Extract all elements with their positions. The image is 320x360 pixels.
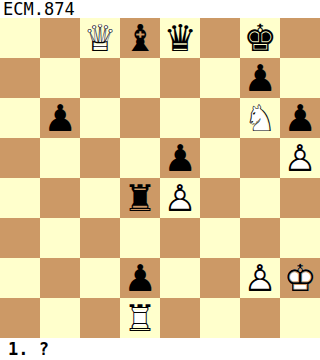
square-c1[interactable] [80,298,120,338]
square-f8[interactable] [200,18,240,58]
square-g6[interactable]: ♞♘ [240,98,280,138]
chess-board: ♛♕♝♛♚♟♟♞♘♟♟♟♙♜♟♙♟♟♙♚♔♜♖ [0,18,320,338]
square-d6[interactable] [120,98,160,138]
square-e4[interactable]: ♟♙ [160,178,200,218]
square-b5[interactable] [40,138,80,178]
square-a1[interactable] [0,298,40,338]
piece-white-rook-outline: ♖ [120,298,160,338]
square-f6[interactable] [200,98,240,138]
square-g8[interactable]: ♚ [240,18,280,58]
piece-white-pawn: ♟ [160,178,200,218]
square-a2[interactable] [0,258,40,298]
square-h2[interactable]: ♚♔ [280,258,320,298]
square-g4[interactable] [240,178,280,218]
square-c5[interactable] [80,138,120,178]
square-f2[interactable] [200,258,240,298]
square-f5[interactable] [200,138,240,178]
square-d5[interactable] [120,138,160,178]
square-c2[interactable] [80,258,120,298]
square-h3[interactable] [280,218,320,258]
square-f3[interactable] [200,218,240,258]
piece-black-pawn: ♟ [120,258,160,298]
square-g2[interactable]: ♟♙ [240,258,280,298]
square-e1[interactable] [160,298,200,338]
move-prompt: 1. ? [8,339,49,359]
square-g1[interactable] [240,298,280,338]
square-e8[interactable]: ♛ [160,18,200,58]
square-a3[interactable] [0,218,40,258]
piece-black-pawn: ♟ [240,58,280,98]
square-d1[interactable]: ♜♖ [120,298,160,338]
square-a8[interactable] [0,18,40,58]
square-d7[interactable] [120,58,160,98]
square-h4[interactable] [280,178,320,218]
square-b4[interactable] [40,178,80,218]
square-d4[interactable]: ♜ [120,178,160,218]
square-d3[interactable] [120,218,160,258]
square-f7[interactable] [200,58,240,98]
square-b1[interactable] [40,298,80,338]
piece-white-king-outline: ♔ [280,258,320,298]
square-e3[interactable] [160,218,200,258]
piece-black-pawn: ♟ [280,98,320,138]
piece-white-rook: ♜ [120,298,160,338]
square-c7[interactable] [80,58,120,98]
square-e2[interactable] [160,258,200,298]
piece-black-queen: ♛ [160,18,200,58]
piece-black-bishop: ♝ [120,18,160,58]
square-b3[interactable] [40,218,80,258]
square-f4[interactable] [200,178,240,218]
piece-white-pawn-outline: ♙ [240,258,280,298]
piece-white-king: ♚ [280,258,320,298]
square-d2[interactable]: ♟ [120,258,160,298]
square-g7[interactable]: ♟ [240,58,280,98]
square-e5[interactable]: ♟ [160,138,200,178]
piece-white-queen-outline: ♕ [80,18,120,58]
piece-black-king: ♚ [240,18,280,58]
square-c6[interactable] [80,98,120,138]
square-h1[interactable] [280,298,320,338]
square-g3[interactable] [240,218,280,258]
square-a6[interactable] [0,98,40,138]
piece-black-pawn: ♟ [40,98,80,138]
square-c8[interactable]: ♛♕ [80,18,120,58]
square-b2[interactable] [40,258,80,298]
piece-white-queen: ♛ [80,18,120,58]
piece-white-knight: ♞ [240,98,280,138]
square-h8[interactable] [280,18,320,58]
piece-white-pawn-outline: ♙ [160,178,200,218]
square-a5[interactable] [0,138,40,178]
square-c4[interactable] [80,178,120,218]
square-e6[interactable] [160,98,200,138]
square-c3[interactable] [80,218,120,258]
piece-black-rook: ♜ [120,178,160,218]
square-a4[interactable] [0,178,40,218]
piece-white-knight-outline: ♘ [240,98,280,138]
diagram-title: ECM.874 [3,0,75,18]
square-h7[interactable] [280,58,320,98]
square-b6[interactable]: ♟ [40,98,80,138]
square-f1[interactable] [200,298,240,338]
square-b8[interactable] [40,18,80,58]
piece-black-pawn: ♟ [160,138,200,178]
square-e7[interactable] [160,58,200,98]
square-d8[interactable]: ♝ [120,18,160,58]
square-a7[interactable] [0,58,40,98]
square-b7[interactable] [40,58,80,98]
piece-white-pawn: ♟ [240,258,280,298]
piece-white-pawn-outline: ♙ [280,138,320,178]
square-h6[interactable]: ♟ [280,98,320,138]
piece-white-pawn: ♟ [280,138,320,178]
square-h5[interactable]: ♟♙ [280,138,320,178]
square-g5[interactable] [240,138,280,178]
